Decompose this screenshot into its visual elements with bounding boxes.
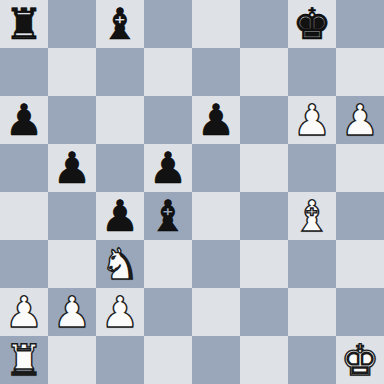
- black-bishop[interactable]: ♝: [149, 192, 188, 240]
- black-rook[interactable]: ♜: [5, 0, 44, 48]
- square-c7[interactable]: [96, 48, 144, 96]
- square-a6[interactable]: ♟: [0, 96, 48, 144]
- square-e1[interactable]: [192, 336, 240, 384]
- square-f7[interactable]: [240, 48, 288, 96]
- white-pawn[interactable]: ♟: [293, 96, 332, 144]
- square-b3[interactable]: [48, 240, 96, 288]
- square-f6[interactable]: [240, 96, 288, 144]
- square-b6[interactable]: [48, 96, 96, 144]
- square-g1[interactable]: [288, 336, 336, 384]
- square-d5[interactable]: ♟: [144, 144, 192, 192]
- square-a7[interactable]: [0, 48, 48, 96]
- white-pawn[interactable]: ♟: [5, 288, 44, 336]
- square-b7[interactable]: [48, 48, 96, 96]
- square-d6[interactable]: [144, 96, 192, 144]
- square-e4[interactable]: [192, 192, 240, 240]
- square-a2[interactable]: ♟: [0, 288, 48, 336]
- square-f5[interactable]: [240, 144, 288, 192]
- black-pawn[interactable]: ♟: [53, 144, 92, 192]
- square-h2[interactable]: [336, 288, 384, 336]
- square-b8[interactable]: [48, 0, 96, 48]
- square-e7[interactable]: [192, 48, 240, 96]
- square-f3[interactable]: [240, 240, 288, 288]
- square-d8[interactable]: [144, 0, 192, 48]
- black-pawn[interactable]: ♟: [197, 96, 236, 144]
- square-b1[interactable]: [48, 336, 96, 384]
- white-rook[interactable]: ♜: [5, 336, 44, 384]
- square-c2[interactable]: ♟: [96, 288, 144, 336]
- square-h7[interactable]: [336, 48, 384, 96]
- square-d7[interactable]: [144, 48, 192, 96]
- black-pawn[interactable]: ♟: [101, 192, 140, 240]
- square-h5[interactable]: [336, 144, 384, 192]
- square-e6[interactable]: ♟: [192, 96, 240, 144]
- square-c3[interactable]: ♞: [96, 240, 144, 288]
- white-bishop[interactable]: ♝: [293, 192, 332, 240]
- square-h6[interactable]: ♟: [336, 96, 384, 144]
- chess-board: ♜♝♚♟♟♟♟♟♟♟♝♝♞♟♟♟♜♚: [0, 0, 384, 384]
- square-a5[interactable]: [0, 144, 48, 192]
- square-f2[interactable]: [240, 288, 288, 336]
- black-king[interactable]: ♚: [293, 0, 332, 48]
- black-pawn[interactable]: ♟: [149, 144, 188, 192]
- black-pawn[interactable]: ♟: [5, 96, 44, 144]
- square-f8[interactable]: [240, 0, 288, 48]
- square-d3[interactable]: [144, 240, 192, 288]
- square-g4[interactable]: ♝: [288, 192, 336, 240]
- square-b2[interactable]: ♟: [48, 288, 96, 336]
- square-g3[interactable]: [288, 240, 336, 288]
- square-a1[interactable]: ♜: [0, 336, 48, 384]
- square-b5[interactable]: ♟: [48, 144, 96, 192]
- square-d1[interactable]: [144, 336, 192, 384]
- square-c1[interactable]: [96, 336, 144, 384]
- square-a3[interactable]: [0, 240, 48, 288]
- square-c8[interactable]: ♝: [96, 0, 144, 48]
- square-h8[interactable]: [336, 0, 384, 48]
- square-c5[interactable]: [96, 144, 144, 192]
- white-pawn[interactable]: ♟: [341, 96, 380, 144]
- square-e3[interactable]: [192, 240, 240, 288]
- square-c4[interactable]: ♟: [96, 192, 144, 240]
- square-g8[interactable]: ♚: [288, 0, 336, 48]
- square-d4[interactable]: ♝: [144, 192, 192, 240]
- white-king[interactable]: ♚: [341, 336, 380, 384]
- square-a4[interactable]: [0, 192, 48, 240]
- white-pawn[interactable]: ♟: [101, 288, 140, 336]
- black-bishop[interactable]: ♝: [101, 0, 140, 48]
- white-pawn[interactable]: ♟: [53, 288, 92, 336]
- square-b4[interactable]: [48, 192, 96, 240]
- square-f1[interactable]: [240, 336, 288, 384]
- square-h1[interactable]: ♚: [336, 336, 384, 384]
- square-f4[interactable]: [240, 192, 288, 240]
- square-a8[interactable]: ♜: [0, 0, 48, 48]
- square-e5[interactable]: [192, 144, 240, 192]
- square-g5[interactable]: [288, 144, 336, 192]
- square-c6[interactable]: [96, 96, 144, 144]
- square-h3[interactable]: [336, 240, 384, 288]
- white-knight[interactable]: ♞: [101, 240, 140, 288]
- square-e2[interactable]: [192, 288, 240, 336]
- square-d2[interactable]: [144, 288, 192, 336]
- square-g2[interactable]: [288, 288, 336, 336]
- square-g6[interactable]: ♟: [288, 96, 336, 144]
- square-e8[interactable]: [192, 0, 240, 48]
- square-h4[interactable]: [336, 192, 384, 240]
- square-g7[interactable]: [288, 48, 336, 96]
